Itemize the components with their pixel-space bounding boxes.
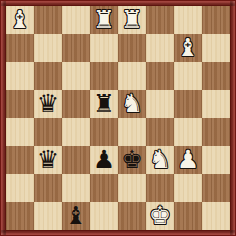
white-rook-piece: ♜	[93, 6, 115, 34]
white-pawn-piece: ♟	[177, 146, 199, 174]
square-d7[interactable]	[90, 34, 118, 62]
square-h4[interactable]	[202, 118, 230, 146]
square-g4[interactable]	[174, 118, 202, 146]
white-bishop-piece: ♝	[9, 6, 31, 34]
square-e5[interactable]: ♞	[118, 90, 146, 118]
square-c3[interactable]	[62, 146, 90, 174]
square-f5[interactable]	[146, 90, 174, 118]
square-a6[interactable]	[6, 62, 34, 90]
square-e6[interactable]	[118, 62, 146, 90]
black-king-piece: ♚	[121, 146, 143, 174]
square-e2[interactable]	[118, 174, 146, 202]
square-d1[interactable]	[90, 202, 118, 230]
square-b3[interactable]: ♛	[34, 146, 62, 174]
square-e7[interactable]	[118, 34, 146, 62]
square-f2[interactable]	[146, 174, 174, 202]
square-d4[interactable]	[90, 118, 118, 146]
square-a3[interactable]	[6, 146, 34, 174]
square-f8[interactable]	[146, 6, 174, 34]
square-d5[interactable]: ♜	[90, 90, 118, 118]
square-d2[interactable]	[90, 174, 118, 202]
square-c5[interactable]	[62, 90, 90, 118]
square-g1[interactable]	[174, 202, 202, 230]
square-a8[interactable]: ♝	[6, 6, 34, 34]
square-c1[interactable]: ♝	[62, 202, 90, 230]
black-queen-piece: ♛	[37, 90, 59, 118]
black-bishop-piece: ♝	[65, 202, 87, 230]
square-e8[interactable]: ♜	[118, 6, 146, 34]
square-h6[interactable]	[202, 62, 230, 90]
square-a7[interactable]	[6, 34, 34, 62]
square-h2[interactable]	[202, 174, 230, 202]
square-d6[interactable]	[90, 62, 118, 90]
square-d8[interactable]: ♜	[90, 6, 118, 34]
white-rook-piece: ♜	[121, 6, 143, 34]
square-b1[interactable]	[34, 202, 62, 230]
square-h8[interactable]	[202, 6, 230, 34]
square-f3[interactable]: ♞	[146, 146, 174, 174]
square-g8[interactable]	[174, 6, 202, 34]
square-g2[interactable]	[174, 174, 202, 202]
square-a2[interactable]	[6, 174, 34, 202]
square-e1[interactable]	[118, 202, 146, 230]
square-c4[interactable]	[62, 118, 90, 146]
chess-board: ♝♜♜♝♛♜♞♛♟♚♞♟♝♚	[6, 6, 230, 230]
square-b8[interactable]	[34, 6, 62, 34]
chess-board-frame: ♝♜♜♝♛♜♞♛♟♚♞♟♝♚	[0, 0, 236, 236]
square-h1[interactable]	[202, 202, 230, 230]
black-queen-piece: ♛	[37, 146, 59, 174]
square-a1[interactable]	[6, 202, 34, 230]
square-f4[interactable]	[146, 118, 174, 146]
black-rook-piece: ♜	[93, 90, 115, 118]
square-b4[interactable]	[34, 118, 62, 146]
square-d3[interactable]: ♟	[90, 146, 118, 174]
square-c7[interactable]	[62, 34, 90, 62]
square-f7[interactable]	[146, 34, 174, 62]
square-a4[interactable]	[6, 118, 34, 146]
square-b5[interactable]: ♛	[34, 90, 62, 118]
square-a5[interactable]	[6, 90, 34, 118]
square-g6[interactable]	[174, 62, 202, 90]
square-f1[interactable]: ♚	[146, 202, 174, 230]
square-g5[interactable]	[174, 90, 202, 118]
square-h5[interactable]	[202, 90, 230, 118]
square-g7[interactable]: ♝	[174, 34, 202, 62]
square-c8[interactable]	[62, 6, 90, 34]
white-knight-piece: ♞	[121, 90, 143, 118]
square-e3[interactable]: ♚	[118, 146, 146, 174]
white-bishop-piece: ♝	[177, 34, 199, 62]
square-b7[interactable]	[34, 34, 62, 62]
square-b6[interactable]	[34, 62, 62, 90]
square-b2[interactable]	[34, 174, 62, 202]
square-h7[interactable]	[202, 34, 230, 62]
square-f6[interactable]	[146, 62, 174, 90]
square-c6[interactable]	[62, 62, 90, 90]
white-knight-piece: ♞	[149, 146, 171, 174]
white-king-piece: ♚	[149, 202, 171, 230]
square-g3[interactable]: ♟	[174, 146, 202, 174]
square-e4[interactable]	[118, 118, 146, 146]
black-pawn-piece: ♟	[93, 146, 115, 174]
square-c2[interactable]	[62, 174, 90, 202]
square-h3[interactable]	[202, 146, 230, 174]
